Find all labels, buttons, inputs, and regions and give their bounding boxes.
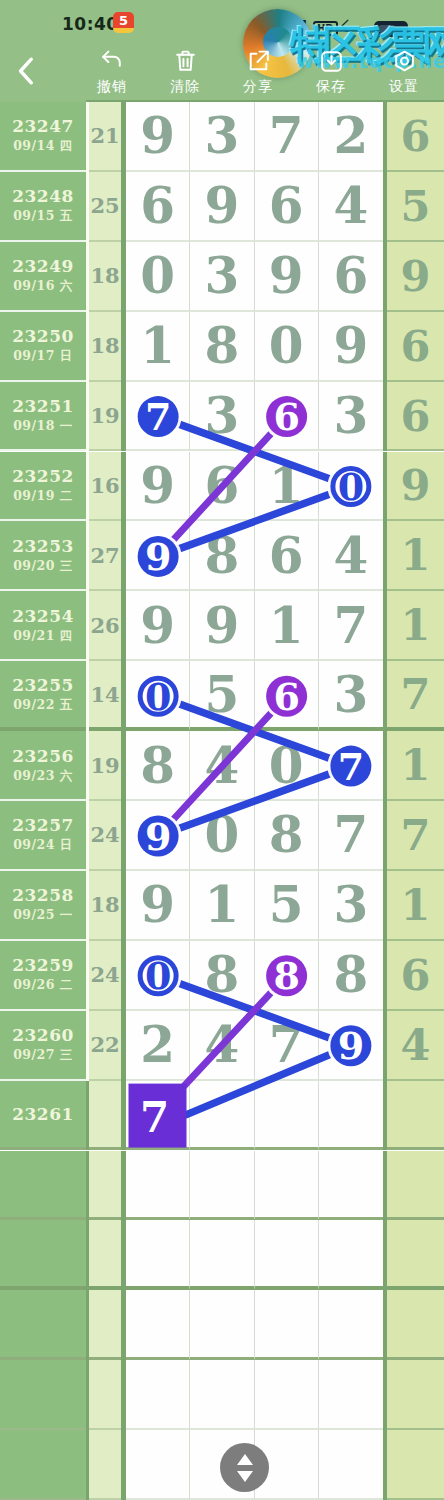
digit-cell[interactable]: 3 — [319, 661, 383, 731]
extra-digit-cell[interactable] — [387, 1151, 444, 1221]
issue-number: 23252 — [12, 466, 74, 486]
extra-digit-cell[interactable]: 9 — [387, 242, 444, 312]
digit-cell[interactable] — [126, 521, 190, 591]
draw-date: 09/20 三 — [13, 558, 73, 575]
extra-digit-cell[interactable]: 6 — [387, 941, 444, 1011]
undo-icon — [99, 48, 126, 75]
digit-cell[interactable] — [255, 1290, 319, 1360]
issue-cell: 2325509/22 五 — [0, 661, 86, 731]
digit-cell[interactable]: 1 — [255, 591, 319, 661]
extra-digit-cell[interactable] — [387, 1220, 444, 1290]
digit-cell[interactable] — [255, 661, 319, 731]
issue-number: 23250 — [12, 326, 74, 346]
draw-date: 09/16 六 — [13, 278, 73, 295]
digit-cell[interactable]: 8 — [190, 521, 254, 591]
digit-cell[interactable] — [255, 1220, 319, 1290]
sum-cell: 21 — [89, 102, 121, 172]
draw-date: 09/17 日 — [13, 348, 73, 365]
digit-cell[interactable] — [126, 382, 190, 452]
digit-cell[interactable]: 1 — [255, 452, 319, 522]
extra-digit-cell[interactable]: 7 — [387, 661, 444, 731]
issue-cell: 2325709/24 日 — [0, 801, 86, 871]
digit-cell[interactable]: 3 — [190, 242, 254, 312]
digit-cell[interactable] — [319, 1360, 383, 1430]
extra-digit-cell[interactable]: 1 — [387, 871, 444, 941]
empty-row — [0, 1360, 444, 1430]
draw-row-23261: 23261 — [0, 1081, 444, 1151]
extra-digit-cell[interactable] — [387, 1290, 444, 1360]
settings-button[interactable]: 设置 — [372, 48, 436, 96]
digit-cell[interactable]: 4 — [319, 172, 383, 242]
digit-cell[interactable]: 3 — [190, 382, 254, 452]
digit-cell[interactable] — [319, 1290, 383, 1360]
issue-cell: 2325409/21 四 — [0, 591, 86, 661]
undo-label: 撤销 — [80, 78, 144, 96]
digit-cell[interactable]: 6 — [255, 172, 319, 242]
empty-row — [0, 1151, 444, 1221]
issue-cell: 23261 — [0, 1081, 86, 1151]
sum-cell — [89, 1430, 121, 1500]
back-button[interactable] — [14, 56, 40, 86]
extra-digit-cell[interactable]: 6 — [387, 102, 444, 172]
digit-cell[interactable]: 8 — [190, 312, 254, 382]
draw-row-23247: 2324709/14 四2193726 — [0, 102, 444, 172]
draw-row-23258: 2325809/25 一1891531 — [0, 871, 444, 941]
digit-cell[interactable] — [255, 382, 319, 452]
draw-row-23249: 2324909/16 六1803969 — [0, 242, 444, 312]
digit-cell[interactable]: 7 — [319, 591, 383, 661]
digit-cell[interactable]: 0 — [255, 731, 319, 801]
save-icon — [318, 48, 345, 75]
digit-cell[interactable]: 6 — [190, 452, 254, 522]
digit-cell[interactable] — [126, 1360, 190, 1430]
issue-cell — [0, 1360, 86, 1430]
draw-date: 09/22 五 — [13, 697, 73, 714]
extra-digit-cell[interactable]: 6 — [387, 382, 444, 452]
clear-label: 清除 — [153, 78, 217, 96]
empty-row — [0, 1220, 444, 1290]
digit-cell[interactable]: 8 — [190, 941, 254, 1011]
issue-number: 23256 — [12, 746, 74, 766]
digit-cell[interactable]: 0 — [126, 242, 190, 312]
digit-cell[interactable] — [190, 1360, 254, 1430]
extra-digit-cell[interactable]: 5 — [387, 172, 444, 242]
sum-cell — [89, 1360, 121, 1430]
digit-cell[interactable] — [126, 1081, 190, 1151]
draw-date: 09/25 一 — [13, 907, 73, 924]
draw-date: 09/24 日 — [13, 837, 73, 854]
draw-row-23254: 2325409/21 四2699171 — [0, 591, 444, 661]
digit-cell[interactable] — [319, 452, 383, 522]
digit-cell[interactable] — [190, 1290, 254, 1360]
issue-cell: 2324709/14 四 — [0, 102, 86, 172]
issue-cell: 2324909/16 六 — [0, 242, 86, 312]
draw-row-23260: 2326009/27 三222474 — [0, 1011, 444, 1081]
issue-number: 23260 — [12, 1025, 74, 1045]
digit-cell[interactable]: 3 — [319, 871, 383, 941]
extra-digit-cell[interactable]: 1 — [387, 521, 444, 591]
draw-row-23248: 2324809/15 五2569645 — [0, 172, 444, 242]
sum-cell: 16 — [89, 452, 121, 522]
digit-cell[interactable]: 9 — [126, 591, 190, 661]
issue-cell: 2325309/20 三 — [0, 521, 86, 591]
digit-cell[interactable]: 3 — [190, 102, 254, 172]
draw-date: 09/27 三 — [13, 1047, 73, 1064]
draw-row-23253: 2325309/20 三278641 — [0, 521, 444, 591]
share-button[interactable]: 分享 — [226, 48, 290, 96]
draw-date: 09/21 四 — [13, 628, 73, 645]
scroll-up-icon — [237, 1454, 253, 1465]
extra-digit-cell[interactable]: 9 — [387, 452, 444, 522]
draw-date: 09/18 一 — [13, 418, 73, 435]
save-label: 保存 — [299, 78, 363, 96]
extra-digit-cell[interactable] — [387, 1081, 444, 1151]
digit-cell[interactable] — [255, 1081, 319, 1151]
save-button[interactable]: 保存 — [299, 48, 363, 96]
digit-cell[interactable] — [190, 1081, 254, 1151]
digit-cell[interactable]: 8 — [126, 731, 190, 801]
digit-cell[interactable]: 9 — [126, 871, 190, 941]
issue-cell — [0, 1430, 86, 1500]
draw-row-23257: 2325709/24 日240877 — [0, 801, 444, 871]
share-label: 分享 — [226, 78, 290, 96]
digit-cell[interactable] — [126, 1220, 190, 1290]
issue-number: 23247 — [12, 116, 74, 136]
issue-number: 23249 — [12, 256, 74, 276]
scroll-toggle-button[interactable] — [220, 1443, 269, 1492]
issue-cell: 2325209/19 二 — [0, 452, 86, 522]
extra-digit-cell[interactable] — [387, 1360, 444, 1430]
undo-button[interactable]: 撤销 — [80, 48, 144, 96]
settings-label: 设置 — [372, 78, 436, 96]
clear-button[interactable]: 清除 — [153, 48, 217, 96]
sum-cell — [89, 1290, 121, 1360]
digit-cell[interactable] — [319, 1081, 383, 1151]
digit-cell[interactable]: 9 — [126, 452, 190, 522]
header: 10:40 5 N HD ☇ 特区彩票网 www.tqcp.net 撤销清除分享… — [0, 0, 444, 102]
issue-cell: 2325009/17 日 — [0, 312, 86, 382]
share-icon — [245, 48, 272, 75]
sum-cell: 14 — [89, 661, 121, 731]
digit-cell[interactable]: 6 — [255, 521, 319, 591]
digit-cell[interactable]: 2 — [319, 102, 383, 172]
digit-cell[interactable]: 9 — [126, 102, 190, 172]
sum-cell: 25 — [89, 172, 121, 242]
digit-cell[interactable]: 9 — [190, 172, 254, 242]
digit-cell[interactable]: 7 — [255, 1011, 319, 1081]
digit-cell[interactable] — [319, 1430, 383, 1500]
digit-cell[interactable]: 6 — [319, 242, 383, 312]
digit-cell[interactable] — [255, 1151, 319, 1221]
digit-cell[interactable] — [126, 801, 190, 871]
sum-cell: 26 — [89, 591, 121, 661]
draw-row-23251: 2325109/18 一19336 — [0, 382, 444, 452]
sum-cell: 19 — [89, 731, 121, 801]
digit-cell[interactable]: 6 — [126, 172, 190, 242]
extra-digit-cell[interactable] — [387, 1430, 444, 1500]
issue-number: 23255 — [12, 675, 74, 695]
digit-cell[interactable] — [255, 941, 319, 1011]
issue-number: 23253 — [12, 536, 74, 556]
status-time: 10:40 — [62, 14, 119, 34]
draw-date: 09/15 五 — [13, 208, 73, 225]
draw-row-23259: 2325909/26 二24886 — [0, 941, 444, 1011]
issue-number: 23257 — [12, 815, 74, 835]
draw-date: 09/23 六 — [13, 768, 73, 785]
sum-cell — [89, 1220, 121, 1290]
issue-cell: 2325809/25 一 — [0, 871, 86, 941]
digit-cell[interactable] — [319, 1151, 383, 1221]
sum-cell: 27 — [89, 521, 121, 591]
digit-cell[interactable] — [319, 731, 383, 801]
digit-cell[interactable]: 4 — [319, 521, 383, 591]
extra-digit-cell[interactable]: 7 — [387, 801, 444, 871]
issue-cell — [0, 1290, 86, 1360]
draw-row-23250: 2325009/17 日1818096 — [0, 312, 444, 382]
settings-icon — [391, 48, 418, 75]
sum-cell — [89, 1081, 121, 1151]
issue-cell — [0, 1151, 86, 1221]
digit-cell[interactable]: 8 — [319, 941, 383, 1011]
issue-number: 23254 — [12, 606, 74, 626]
draw-date: 09/14 四 — [13, 138, 73, 155]
sum-cell: 18 — [89, 871, 121, 941]
sum-cell: 18 — [89, 312, 121, 382]
digit-cell[interactable]: 7 — [319, 801, 383, 871]
digit-cell[interactable] — [126, 1430, 190, 1500]
digit-cell[interactable]: 4 — [190, 1011, 254, 1081]
trend-grid: 2324709/14 四21937262324809/15 五256964523… — [0, 102, 444, 1500]
digit-cell[interactable]: 5 — [255, 871, 319, 941]
digit-cell[interactable] — [190, 1151, 254, 1221]
issue-cell: 2324809/15 五 — [0, 172, 86, 242]
sum-cell: 24 — [89, 941, 121, 1011]
digit-cell[interactable] — [319, 1220, 383, 1290]
scroll-down-icon — [237, 1471, 253, 1482]
issue-number: 23248 — [12, 186, 74, 206]
sum-cell: 22 — [89, 1011, 121, 1081]
digit-cell[interactable] — [126, 661, 190, 731]
draw-row-23252: 2325209/19 二169619 — [0, 452, 444, 522]
digit-cell[interactable] — [126, 941, 190, 1011]
issue-cell: 2325109/18 一 — [0, 382, 86, 452]
digit-cell[interactable] — [126, 1151, 190, 1221]
issue-cell: 2326009/27 三 — [0, 1011, 86, 1081]
digit-cell[interactable]: 5 — [190, 661, 254, 731]
issue-number: 23258 — [12, 885, 74, 905]
draw-date: 09/26 二 — [13, 977, 73, 994]
digit-cell[interactable]: 0 — [255, 312, 319, 382]
digit-cell[interactable]: 1 — [126, 312, 190, 382]
issue-number: 23251 — [12, 396, 74, 416]
empty-row — [0, 1290, 444, 1360]
sum-cell — [89, 1151, 121, 1221]
digit-cell[interactable]: 8 — [255, 801, 319, 871]
digit-cell[interactable] — [255, 1360, 319, 1430]
digit-cell[interactable]: 1 — [190, 871, 254, 941]
draw-row-23255: 2325509/22 五14537 — [0, 661, 444, 731]
extra-digit-cell[interactable]: 1 — [387, 591, 444, 661]
digit-cell[interactable]: 0 — [190, 801, 254, 871]
sum-cell: 24 — [89, 801, 121, 871]
digit-cell[interactable] — [126, 1290, 190, 1360]
draw-row-23256: 2325609/23 六198401 — [0, 731, 444, 801]
digit-cell[interactable]: 2 — [126, 1011, 190, 1081]
digit-cell[interactable]: 7 — [255, 102, 319, 172]
extra-digit-cell[interactable]: 6 — [387, 312, 444, 382]
clear-icon — [172, 48, 199, 75]
issue-cell — [0, 1220, 86, 1290]
issue-cell: 2325609/23 六 — [0, 731, 86, 801]
sum-cell: 19 — [89, 382, 121, 452]
issue-cell: 2325909/26 二 — [0, 941, 86, 1011]
digit-cell[interactable] — [190, 1220, 254, 1290]
digit-cell[interactable]: 9 — [255, 242, 319, 312]
issue-number: 23261 — [12, 1104, 74, 1124]
app-badge-icon: 5 — [113, 12, 134, 33]
digit-cell[interactable]: 9 — [319, 312, 383, 382]
extra-digit-cell[interactable]: 4 — [387, 1011, 444, 1081]
digit-cell[interactable] — [319, 1011, 383, 1081]
issue-number: 23259 — [12, 955, 74, 975]
digit-cell[interactable]: 9 — [190, 591, 254, 661]
digit-cell[interactable]: 4 — [190, 731, 254, 801]
draw-date: 09/19 二 — [13, 488, 73, 505]
extra-digit-cell[interactable]: 1 — [387, 731, 444, 801]
sum-cell: 18 — [89, 242, 121, 312]
digit-cell[interactable]: 3 — [319, 382, 383, 452]
